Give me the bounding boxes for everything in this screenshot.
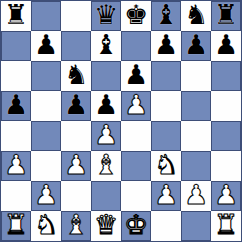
piece-white-knight: ♞ xyxy=(34,211,58,240)
piece-white-rook: ♜ xyxy=(214,211,238,240)
piece-white-rook: ♜ xyxy=(4,211,28,240)
piece-black-pawn: ♟ xyxy=(94,91,118,120)
square-b7[interactable]: ♟ xyxy=(31,31,61,61)
square-b5[interactable] xyxy=(31,91,61,121)
square-e1[interactable]: ♚ xyxy=(121,211,151,241)
piece-white-king: ♚ xyxy=(124,211,148,240)
square-h3[interactable] xyxy=(211,151,241,181)
square-g2[interactable]: ♟ xyxy=(181,181,211,211)
square-h2[interactable]: ♟ xyxy=(211,181,241,211)
square-f3[interactable]: ♞ xyxy=(151,151,181,181)
square-h8[interactable]: ♜ xyxy=(211,1,241,31)
square-c4[interactable] xyxy=(61,121,91,151)
piece-black-rook: ♜ xyxy=(214,1,238,30)
square-b1[interactable]: ♞ xyxy=(31,211,61,241)
piece-black-king: ♚ xyxy=(124,1,148,30)
piece-white-pawn: ♟ xyxy=(34,181,58,210)
piece-black-knight: ♞ xyxy=(64,61,88,90)
square-a5[interactable]: ♟ xyxy=(1,91,31,121)
piece-white-pawn: ♟ xyxy=(214,181,238,210)
square-d1[interactable]: ♛ xyxy=(91,211,121,241)
square-f2[interactable]: ♟ xyxy=(151,181,181,211)
piece-white-pawn: ♟ xyxy=(124,91,148,120)
square-a6[interactable] xyxy=(1,61,31,91)
square-d6[interactable] xyxy=(91,61,121,91)
square-g6[interactable] xyxy=(181,61,211,91)
piece-black-pawn: ♟ xyxy=(184,31,208,60)
square-c6[interactable]: ♞ xyxy=(61,61,91,91)
piece-white-pawn: ♟ xyxy=(94,121,118,150)
square-c7[interactable] xyxy=(61,31,91,61)
square-d4[interactable]: ♟ xyxy=(91,121,121,151)
square-a3[interactable]: ♟ xyxy=(1,151,31,181)
square-f7[interactable]: ♟ xyxy=(151,31,181,61)
piece-black-pawn: ♟ xyxy=(214,31,238,60)
piece-white-queen: ♛ xyxy=(94,211,118,240)
piece-black-bishop: ♝ xyxy=(154,1,178,30)
square-e7[interactable] xyxy=(121,31,151,61)
square-g1[interactable] xyxy=(181,211,211,241)
square-d3[interactable]: ♝ xyxy=(91,151,121,181)
square-b3[interactable] xyxy=(31,151,61,181)
square-e5[interactable]: ♟ xyxy=(121,91,151,121)
square-f6[interactable] xyxy=(151,61,181,91)
piece-black-pawn: ♟ xyxy=(154,31,178,60)
piece-white-pawn: ♟ xyxy=(4,151,28,180)
square-e3[interactable] xyxy=(121,151,151,181)
piece-black-pawn: ♟ xyxy=(124,61,148,90)
square-a8[interactable]: ♜ xyxy=(1,1,31,31)
square-e4[interactable] xyxy=(121,121,151,151)
square-b2[interactable]: ♟ xyxy=(31,181,61,211)
square-e8[interactable]: ♚ xyxy=(121,1,151,31)
square-b8[interactable] xyxy=(31,1,61,31)
piece-white-bishop: ♝ xyxy=(94,151,118,180)
square-b6[interactable] xyxy=(31,61,61,91)
piece-black-pawn: ♟ xyxy=(34,31,58,60)
square-f1[interactable] xyxy=(151,211,181,241)
square-a2[interactable] xyxy=(1,181,31,211)
square-c5[interactable]: ♟ xyxy=(61,91,91,121)
square-e2[interactable] xyxy=(121,181,151,211)
piece-black-knight: ♞ xyxy=(184,1,208,30)
square-a4[interactable] xyxy=(1,121,31,151)
square-g7[interactable]: ♟ xyxy=(181,31,211,61)
piece-black-bishop: ♝ xyxy=(94,31,118,60)
piece-black-pawn: ♟ xyxy=(4,91,28,120)
square-c1[interactable]: ♝ xyxy=(61,211,91,241)
piece-black-rook: ♜ xyxy=(4,1,28,30)
square-d8[interactable]: ♛ xyxy=(91,1,121,31)
piece-white-bishop: ♝ xyxy=(64,211,88,240)
square-h6[interactable] xyxy=(211,61,241,91)
square-f5[interactable] xyxy=(151,91,181,121)
square-c3[interactable]: ♟ xyxy=(61,151,91,181)
square-h1[interactable]: ♜ xyxy=(211,211,241,241)
square-c8[interactable] xyxy=(61,1,91,31)
piece-black-pawn: ♟ xyxy=(64,91,88,120)
square-h7[interactable]: ♟ xyxy=(211,31,241,61)
chess-board: ♜♛♚♝♞♜♟♝♟♟♟♞♟♟♟♟♟♟♟♟♝♞♟♟♟♟♜♞♝♛♚♜ xyxy=(0,0,242,242)
square-f8[interactable]: ♝ xyxy=(151,1,181,31)
square-d2[interactable] xyxy=(91,181,121,211)
square-g4[interactable] xyxy=(181,121,211,151)
piece-white-pawn: ♟ xyxy=(184,181,208,210)
square-b4[interactable] xyxy=(31,121,61,151)
piece-white-pawn: ♟ xyxy=(154,181,178,210)
square-h5[interactable] xyxy=(211,91,241,121)
square-d7[interactable]: ♝ xyxy=(91,31,121,61)
square-a1[interactable]: ♜ xyxy=(1,211,31,241)
square-g8[interactable]: ♞ xyxy=(181,1,211,31)
piece-white-pawn: ♟ xyxy=(64,151,88,180)
square-h4[interactable] xyxy=(211,121,241,151)
square-g3[interactable] xyxy=(181,151,211,181)
square-a7[interactable] xyxy=(1,31,31,61)
piece-black-queen: ♛ xyxy=(94,1,118,30)
square-f4[interactable] xyxy=(151,121,181,151)
square-e6[interactable]: ♟ xyxy=(121,61,151,91)
square-c2[interactable] xyxy=(61,181,91,211)
piece-white-knight: ♞ xyxy=(154,151,178,180)
square-g5[interactable] xyxy=(181,91,211,121)
square-d5[interactable]: ♟ xyxy=(91,91,121,121)
